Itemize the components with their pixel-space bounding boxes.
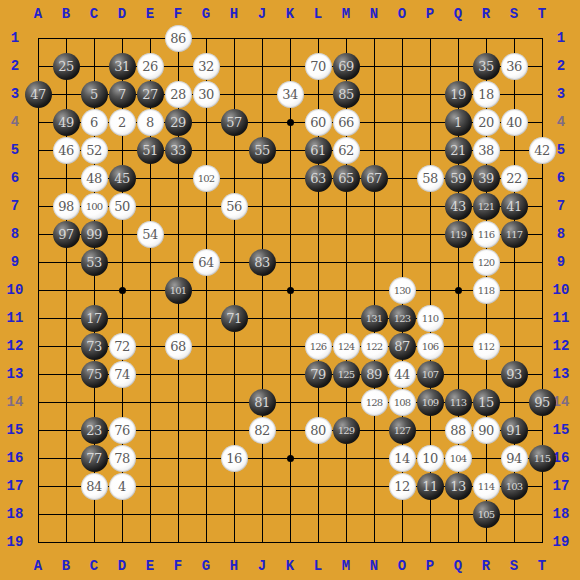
col-label-top-F: F xyxy=(165,5,191,23)
row-label-left-14: 14 xyxy=(2,393,28,411)
move-number: 1 xyxy=(454,115,462,130)
move-number: 7 xyxy=(118,87,126,102)
move-number: 116 xyxy=(478,229,495,240)
stone-P6[interactable]: 58 xyxy=(417,165,444,192)
move-number: 118 xyxy=(478,285,495,296)
row-label-left-4: 4 xyxy=(2,113,28,131)
stone-B8[interactable]: 97 xyxy=(53,221,80,248)
move-number: 6 xyxy=(90,115,98,130)
move-number: 131 xyxy=(366,313,383,324)
col-label-top-K: K xyxy=(277,5,303,23)
stone-P16[interactable]: 10 xyxy=(417,445,444,472)
row-label-left-11: 11 xyxy=(2,309,28,327)
stone-R7[interactable]: 121 xyxy=(473,193,500,220)
move-number: 36 xyxy=(506,59,522,74)
move-number: 93 xyxy=(506,367,522,382)
move-number: 102 xyxy=(198,173,215,184)
stone-R18[interactable]: 105 xyxy=(473,501,500,528)
stone-L15[interactable]: 80 xyxy=(305,417,332,444)
move-number: 73 xyxy=(86,339,102,354)
move-number: 47 xyxy=(30,87,46,102)
row-label-left-2: 2 xyxy=(2,57,28,75)
stone-O14[interactable]: 108 xyxy=(389,389,416,416)
stone-M5[interactable]: 62 xyxy=(333,137,360,164)
stone-L5[interactable]: 61 xyxy=(305,137,332,164)
move-number: 128 xyxy=(366,397,383,408)
stone-M6[interactable]: 65 xyxy=(333,165,360,192)
move-number: 66 xyxy=(338,115,354,130)
move-number: 39 xyxy=(478,171,494,186)
col-label-top-L: L xyxy=(305,5,331,23)
stone-S15[interactable]: 91 xyxy=(501,417,528,444)
stone-S13[interactable]: 93 xyxy=(501,361,528,388)
col-label-top-N: N xyxy=(361,5,387,23)
stone-S7[interactable]: 41 xyxy=(501,193,528,220)
row-label-right-1: 1 xyxy=(548,29,574,47)
move-number: 29 xyxy=(170,115,186,130)
move-number: 75 xyxy=(86,367,102,382)
move-number: 105 xyxy=(478,509,495,520)
move-number: 15 xyxy=(478,395,494,410)
stone-F5[interactable]: 33 xyxy=(165,137,192,164)
move-number: 67 xyxy=(366,171,382,186)
move-number: 123 xyxy=(394,313,411,324)
move-number: 45 xyxy=(114,171,130,186)
stone-T14[interactable]: 95 xyxy=(529,389,556,416)
move-number: 57 xyxy=(226,115,242,130)
col-label-bottom-N: N xyxy=(361,557,387,575)
move-number: 11 xyxy=(422,479,438,494)
move-number: 21 xyxy=(450,143,466,158)
stone-G6[interactable]: 102 xyxy=(193,165,220,192)
move-number: 63 xyxy=(310,171,326,186)
row-label-left-8: 8 xyxy=(2,225,28,243)
move-number: 107 xyxy=(422,369,439,380)
move-number: 4 xyxy=(118,479,126,494)
stone-O13[interactable]: 44 xyxy=(389,361,416,388)
move-number: 119 xyxy=(450,229,467,240)
row-label-right-9: 9 xyxy=(548,253,574,271)
stone-F10[interactable]: 101 xyxy=(165,277,192,304)
move-number: 48 xyxy=(86,171,102,186)
move-number: 33 xyxy=(170,143,186,158)
row-label-right-18: 18 xyxy=(548,505,574,523)
move-number: 97 xyxy=(58,227,74,242)
row-label-right-7: 7 xyxy=(548,197,574,215)
move-number: 61 xyxy=(310,143,326,158)
stone-C12[interactable]: 73 xyxy=(81,333,108,360)
stone-J9[interactable]: 83 xyxy=(249,249,276,276)
move-number: 54 xyxy=(142,227,158,242)
grid-line-horizontal xyxy=(38,542,543,543)
move-number: 19 xyxy=(450,87,466,102)
star-point xyxy=(287,287,294,294)
col-label-bottom-L: L xyxy=(305,557,331,575)
stone-N11[interactable]: 131 xyxy=(361,305,388,332)
col-label-bottom-G: G xyxy=(193,557,219,575)
row-label-left-16: 16 xyxy=(2,449,28,467)
stone-D7[interactable]: 50 xyxy=(109,193,136,220)
stone-C9[interactable]: 53 xyxy=(81,249,108,276)
row-label-right-17: 17 xyxy=(548,477,574,495)
move-number: 35 xyxy=(478,59,494,74)
stone-O11[interactable]: 123 xyxy=(389,305,416,332)
stone-R17[interactable]: 114 xyxy=(473,473,500,500)
move-number: 127 xyxy=(394,425,411,436)
move-number: 28 xyxy=(170,87,186,102)
stone-Q17[interactable]: 13 xyxy=(445,473,472,500)
move-number: 130 xyxy=(394,285,411,296)
move-number: 38 xyxy=(478,143,494,158)
col-label-top-Q: Q xyxy=(445,5,471,23)
col-label-bottom-T: T xyxy=(529,557,555,575)
stone-D6[interactable]: 45 xyxy=(109,165,136,192)
move-number: 94 xyxy=(506,451,522,466)
col-label-bottom-O: O xyxy=(389,557,415,575)
stone-C4[interactable]: 6 xyxy=(81,109,108,136)
move-number: 90 xyxy=(478,423,494,438)
move-number: 26 xyxy=(142,59,158,74)
move-number: 124 xyxy=(338,341,355,352)
stone-O16[interactable]: 14 xyxy=(389,445,416,472)
row-label-left-9: 9 xyxy=(2,253,28,271)
move-number: 14 xyxy=(394,451,410,466)
col-label-top-O: O xyxy=(389,5,415,23)
row-label-left-19: 19 xyxy=(2,533,28,551)
stone-R3[interactable]: 18 xyxy=(473,81,500,108)
row-label-left-13: 13 xyxy=(2,365,28,383)
move-number: 106 xyxy=(422,341,439,352)
move-number: 79 xyxy=(310,367,326,382)
col-label-bottom-J: J xyxy=(249,557,275,575)
stone-L13[interactable]: 79 xyxy=(305,361,332,388)
move-number: 104 xyxy=(450,453,467,464)
move-number: 86 xyxy=(170,31,186,46)
stone-C13[interactable]: 75 xyxy=(81,361,108,388)
stone-O12[interactable]: 87 xyxy=(389,333,416,360)
move-number: 89 xyxy=(366,367,382,382)
row-label-left-18: 18 xyxy=(2,505,28,523)
stone-C11[interactable]: 17 xyxy=(81,305,108,332)
stone-R15[interactable]: 90 xyxy=(473,417,500,444)
move-number: 40 xyxy=(506,115,522,130)
stone-R2[interactable]: 35 xyxy=(473,53,500,80)
stone-L2[interactable]: 70 xyxy=(305,53,332,80)
stone-P12[interactable]: 106 xyxy=(417,333,444,360)
move-number: 64 xyxy=(198,255,214,270)
stone-A3[interactable]: 47 xyxy=(25,81,52,108)
stone-R4[interactable]: 20 xyxy=(473,109,500,136)
stone-D2[interactable]: 31 xyxy=(109,53,136,80)
col-label-top-H: H xyxy=(221,5,247,23)
stone-S6[interactable]: 22 xyxy=(501,165,528,192)
move-number: 114 xyxy=(478,481,495,492)
move-number: 74 xyxy=(114,367,130,382)
stone-E8[interactable]: 54 xyxy=(137,221,164,248)
move-number: 53 xyxy=(86,255,102,270)
stone-M13[interactable]: 125 xyxy=(333,361,360,388)
move-number: 65 xyxy=(338,171,354,186)
move-number: 8 xyxy=(146,115,154,130)
stone-G3[interactable]: 30 xyxy=(193,81,220,108)
stone-F3[interactable]: 28 xyxy=(165,81,192,108)
col-label-top-E: E xyxy=(137,5,163,23)
star-point xyxy=(119,287,126,294)
move-number: 71 xyxy=(226,311,242,326)
stone-S16[interactable]: 94 xyxy=(501,445,528,472)
stone-M15[interactable]: 129 xyxy=(333,417,360,444)
stone-D4[interactable]: 2 xyxy=(109,109,136,136)
move-number: 78 xyxy=(114,451,130,466)
stone-F1[interactable]: 86 xyxy=(165,25,192,52)
row-label-left-1: 1 xyxy=(2,29,28,47)
move-number: 112 xyxy=(478,341,495,352)
grid-line-vertical xyxy=(374,38,375,543)
stone-P14[interactable]: 109 xyxy=(417,389,444,416)
move-number: 22 xyxy=(506,171,522,186)
row-label-right-8: 8 xyxy=(548,225,574,243)
move-number: 58 xyxy=(422,171,438,186)
col-label-bottom-S: S xyxy=(501,557,527,575)
stone-R8[interactable]: 116 xyxy=(473,221,500,248)
stone-H7[interactable]: 56 xyxy=(221,193,248,220)
col-label-top-P: P xyxy=(417,5,443,23)
stone-C15[interactable]: 23 xyxy=(81,417,108,444)
move-number: 12 xyxy=(394,479,410,494)
stone-B5[interactable]: 46 xyxy=(53,137,80,164)
stone-Q8[interactable]: 119 xyxy=(445,221,472,248)
move-number: 52 xyxy=(86,143,102,158)
move-number: 18 xyxy=(478,87,494,102)
move-number: 68 xyxy=(170,339,186,354)
move-number: 62 xyxy=(338,143,354,158)
move-number: 100 xyxy=(86,201,103,212)
stone-G2[interactable]: 32 xyxy=(193,53,220,80)
row-label-right-19: 19 xyxy=(548,533,574,551)
stone-O10[interactable]: 130 xyxy=(389,277,416,304)
stone-Q7[interactable]: 43 xyxy=(445,193,472,220)
stone-Q3[interactable]: 19 xyxy=(445,81,472,108)
col-label-bottom-K: K xyxy=(277,557,303,575)
stone-N13[interactable]: 89 xyxy=(361,361,388,388)
star-point xyxy=(455,287,462,294)
row-label-left-10: 10 xyxy=(2,281,28,299)
stone-J15[interactable]: 82 xyxy=(249,417,276,444)
stone-G9[interactable]: 64 xyxy=(193,249,220,276)
move-number: 108 xyxy=(394,397,411,408)
stone-D3[interactable]: 7 xyxy=(109,81,136,108)
stone-H4[interactable]: 57 xyxy=(221,109,248,136)
row-label-right-4: 4 xyxy=(548,113,574,131)
stone-R14[interactable]: 15 xyxy=(473,389,500,416)
stone-D16[interactable]: 78 xyxy=(109,445,136,472)
stone-N14[interactable]: 128 xyxy=(361,389,388,416)
stone-J14[interactable]: 81 xyxy=(249,389,276,416)
move-number: 34 xyxy=(282,87,298,102)
stone-L12[interactable]: 126 xyxy=(305,333,332,360)
stone-P17[interactable]: 11 xyxy=(417,473,444,500)
col-label-bottom-R: R xyxy=(473,557,499,575)
move-number: 10 xyxy=(422,451,438,466)
stone-T5[interactable]: 42 xyxy=(529,137,556,164)
stone-D12[interactable]: 72 xyxy=(109,333,136,360)
row-label-left-17: 17 xyxy=(2,477,28,495)
stone-B7[interactable]: 98 xyxy=(53,193,80,220)
stone-O17[interactable]: 12 xyxy=(389,473,416,500)
grid-line-horizontal xyxy=(38,514,543,515)
move-number: 95 xyxy=(534,395,550,410)
stone-T16[interactable]: 115 xyxy=(529,445,556,472)
move-number: 117 xyxy=(506,229,523,240)
go-board[interactable]: AABBCCDDEEFFGGHHJJKKLLMMNNOOPPQQRRSSTT11… xyxy=(0,0,580,580)
move-number: 81 xyxy=(254,395,270,410)
col-label-bottom-F: F xyxy=(165,557,191,575)
move-number: 31 xyxy=(114,59,130,74)
move-number: 43 xyxy=(450,199,466,214)
col-label-top-D: D xyxy=(109,5,135,23)
row-label-left-15: 15 xyxy=(2,421,28,439)
move-number: 82 xyxy=(254,423,270,438)
stone-F12[interactable]: 68 xyxy=(165,333,192,360)
col-label-bottom-Q: Q xyxy=(445,557,471,575)
col-label-bottom-B: B xyxy=(53,557,79,575)
move-number: 129 xyxy=(338,425,355,436)
stone-C5[interactable]: 52 xyxy=(81,137,108,164)
move-number: 44 xyxy=(394,367,410,382)
move-number: 99 xyxy=(86,227,102,242)
stone-C16[interactable]: 77 xyxy=(81,445,108,472)
stone-Q5[interactable]: 21 xyxy=(445,137,472,164)
stone-L6[interactable]: 63 xyxy=(305,165,332,192)
stone-E4[interactable]: 8 xyxy=(137,109,164,136)
col-label-top-B: B xyxy=(53,5,79,23)
stone-P11[interactable]: 110 xyxy=(417,305,444,332)
move-number: 55 xyxy=(254,143,270,158)
row-label-right-3: 3 xyxy=(548,85,574,103)
stone-S4[interactable]: 40 xyxy=(501,109,528,136)
move-number: 103 xyxy=(506,481,523,492)
col-label-bottom-C: C xyxy=(81,557,107,575)
stone-Q6[interactable]: 59 xyxy=(445,165,472,192)
stone-L4[interactable]: 60 xyxy=(305,109,332,136)
stone-N12[interactable]: 122 xyxy=(361,333,388,360)
stone-S8[interactable]: 117 xyxy=(501,221,528,248)
stone-C3[interactable]: 5 xyxy=(81,81,108,108)
move-number: 70 xyxy=(310,59,326,74)
stone-D13[interactable]: 74 xyxy=(109,361,136,388)
col-label-bottom-P: P xyxy=(417,557,443,575)
stone-B4[interactable]: 49 xyxy=(53,109,80,136)
stone-R5[interactable]: 38 xyxy=(473,137,500,164)
grid-line-horizontal xyxy=(38,318,543,319)
stone-R9[interactable]: 120 xyxy=(473,249,500,276)
move-number: 2 xyxy=(118,115,126,130)
row-label-right-13: 13 xyxy=(548,365,574,383)
move-number: 121 xyxy=(478,201,495,212)
move-number: 32 xyxy=(198,59,214,74)
row-label-right-2: 2 xyxy=(548,57,574,75)
stone-D15[interactable]: 76 xyxy=(109,417,136,444)
row-label-left-12: 12 xyxy=(2,337,28,355)
stone-E2[interactable]: 26 xyxy=(137,53,164,80)
stone-P13[interactable]: 107 xyxy=(417,361,444,388)
row-label-left-6: 6 xyxy=(2,169,28,187)
move-number: 25 xyxy=(58,59,74,74)
move-number: 109 xyxy=(422,397,439,408)
move-number: 16 xyxy=(226,451,242,466)
stone-C7[interactable]: 100 xyxy=(81,193,108,220)
move-number: 69 xyxy=(338,59,354,74)
move-number: 60 xyxy=(310,115,326,130)
stone-K3[interactable]: 34 xyxy=(277,81,304,108)
row-label-right-6: 6 xyxy=(548,169,574,187)
stone-C17[interactable]: 84 xyxy=(81,473,108,500)
stone-E3[interactable]: 27 xyxy=(137,81,164,108)
star-point xyxy=(287,119,294,126)
move-number: 84 xyxy=(86,479,102,494)
row-label-left-7: 7 xyxy=(2,197,28,215)
move-number: 13 xyxy=(450,479,466,494)
col-label-bottom-H: H xyxy=(221,557,247,575)
stone-Q15[interactable]: 88 xyxy=(445,417,472,444)
move-number: 51 xyxy=(142,143,158,158)
move-number: 72 xyxy=(114,339,130,354)
move-number: 17 xyxy=(86,311,102,326)
stone-Q14[interactable]: 113 xyxy=(445,389,472,416)
move-number: 50 xyxy=(114,199,130,214)
stone-S17[interactable]: 103 xyxy=(501,473,528,500)
stone-R6[interactable]: 39 xyxy=(473,165,500,192)
stone-M12[interactable]: 124 xyxy=(333,333,360,360)
stone-N6[interactable]: 67 xyxy=(361,165,388,192)
row-label-left-5: 5 xyxy=(2,141,28,159)
move-number: 27 xyxy=(142,87,158,102)
move-number: 46 xyxy=(58,143,74,158)
stone-M4[interactable]: 66 xyxy=(333,109,360,136)
stone-R10[interactable]: 118 xyxy=(473,277,500,304)
col-label-bottom-A: A xyxy=(25,557,51,575)
col-label-top-A: A xyxy=(25,5,51,23)
stone-B2[interactable]: 25 xyxy=(53,53,80,80)
col-label-bottom-D: D xyxy=(109,557,135,575)
stone-Q16[interactable]: 104 xyxy=(445,445,472,472)
stone-O15[interactable]: 127 xyxy=(389,417,416,444)
stone-R12[interactable]: 112 xyxy=(473,333,500,360)
stone-C8[interactable]: 99 xyxy=(81,221,108,248)
stone-S2[interactable]: 36 xyxy=(501,53,528,80)
stone-H11[interactable]: 71 xyxy=(221,305,248,332)
move-number: 115 xyxy=(534,453,551,464)
stone-F4[interactable]: 29 xyxy=(165,109,192,136)
stone-M2[interactable]: 69 xyxy=(333,53,360,80)
stone-D17[interactable]: 4 xyxy=(109,473,136,500)
stone-H16[interactable]: 16 xyxy=(221,445,248,472)
move-number: 126 xyxy=(310,341,327,352)
col-label-top-G: G xyxy=(193,5,219,23)
move-number: 59 xyxy=(450,171,466,186)
stone-J5[interactable]: 55 xyxy=(249,137,276,164)
move-number: 83 xyxy=(254,255,270,270)
row-label-right-15: 15 xyxy=(548,421,574,439)
stone-Q4[interactable]: 1 xyxy=(445,109,472,136)
move-number: 91 xyxy=(506,423,522,438)
stone-C6[interactable]: 48 xyxy=(81,165,108,192)
move-number: 56 xyxy=(226,199,242,214)
stone-M3[interactable]: 85 xyxy=(333,81,360,108)
move-number: 85 xyxy=(338,87,354,102)
stone-E5[interactable]: 51 xyxy=(137,137,164,164)
star-point xyxy=(287,455,294,462)
